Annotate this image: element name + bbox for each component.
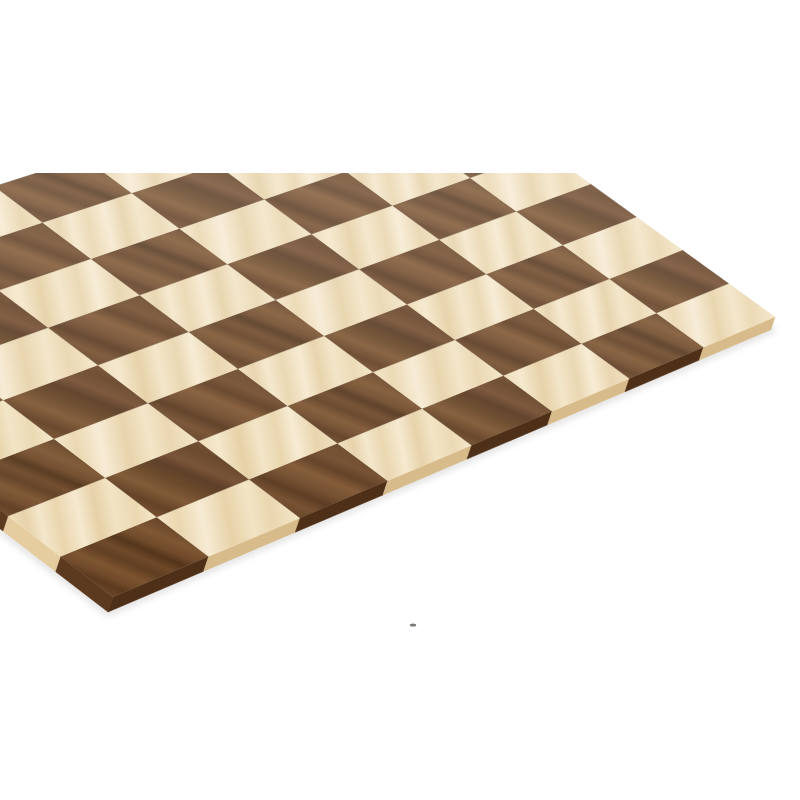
product-photo [0,0,800,800]
dust-speck [410,623,416,626]
background-crop [0,0,800,173]
chessboard [0,0,800,800]
